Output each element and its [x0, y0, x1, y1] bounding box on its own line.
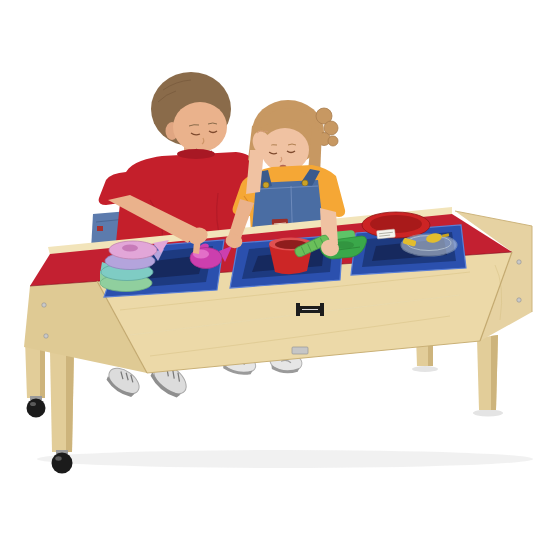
- pan-sticker: [377, 229, 396, 239]
- caster-ball: [52, 453, 73, 474]
- caster-highlight: [30, 402, 36, 406]
- shadow-band: [37, 450, 533, 468]
- leg-contact-shadow: [412, 366, 438, 372]
- screw: [517, 260, 521, 264]
- jeans-tag: [97, 226, 103, 231]
- scene-illustration: [0, 0, 550, 550]
- product-photo-canvas: [0, 0, 550, 550]
- boy-face: [173, 102, 227, 152]
- leg-contact-shadow: [473, 410, 503, 417]
- pan-interior: [370, 215, 422, 233]
- screw: [517, 298, 521, 302]
- caster-ball: [27, 399, 46, 418]
- screw: [42, 303, 46, 307]
- caster-highlight: [55, 456, 61, 460]
- metal-bracket: [292, 347, 308, 354]
- ring-hole: [122, 245, 138, 252]
- overalls-button: [263, 182, 269, 188]
- screw: [44, 334, 48, 338]
- boy-shirt-collar: [177, 149, 215, 159]
- pigtail-curl: [328, 136, 338, 146]
- overalls-button: [302, 180, 308, 186]
